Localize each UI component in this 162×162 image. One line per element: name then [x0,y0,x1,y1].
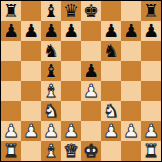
white-knight-piece: ♞ [103,101,119,121]
white-king-piece: ♚ [83,141,99,161]
square-c7[interactable]: ♟ [41,21,61,41]
square-e7[interactable] [81,21,101,41]
square-h5[interactable] [141,61,161,81]
square-d1[interactable]: ♛ [61,141,81,161]
square-c2[interactable]: ♟ [41,121,61,141]
square-f3[interactable]: ♞ [101,101,121,121]
square-h6[interactable] [141,41,161,61]
chess-board-wrapper: ♜♝♛♚♜♟♟♟♟♟♟♟♞♞♝♟♝♟♞♞♟♟♟♟♟♟♟♜♝♛♚♜ [0,0,162,162]
square-h8[interactable]: ♜ [141,1,161,21]
white-pawn-piece: ♟ [103,121,119,141]
white-pawn-piece: ♟ [23,121,39,141]
black-pawn-piece: ♟ [83,61,99,81]
square-a4[interactable] [1,81,21,101]
black-rook-piece: ♜ [143,1,159,21]
square-g4[interactable] [121,81,141,101]
square-g2[interactable]: ♟ [121,121,141,141]
square-b4[interactable] [21,81,41,101]
square-h1[interactable]: ♜ [141,141,161,161]
square-e3[interactable] [81,101,101,121]
white-knight-piece: ♞ [43,101,59,121]
white-pawn-piece: ♟ [63,121,79,141]
white-pawn-piece: ♟ [123,121,139,141]
white-bishop-piece: ♝ [43,141,59,161]
square-f6[interactable]: ♞ [101,41,121,61]
square-f8[interactable] [101,1,121,21]
chess-board: ♜♝♛♚♜♟♟♟♟♟♟♟♞♞♝♟♝♟♞♞♟♟♟♟♟♟♟♜♝♛♚♜ [0,0,162,162]
square-d6[interactable] [61,41,81,61]
black-king-piece: ♚ [83,1,99,21]
square-f4[interactable] [101,81,121,101]
square-b8[interactable] [21,1,41,21]
square-c3[interactable]: ♞ [41,101,61,121]
black-pawn-piece: ♟ [123,21,139,41]
square-d5[interactable] [61,61,81,81]
black-queen-piece: ♛ [63,1,79,21]
square-f7[interactable]: ♟ [101,21,121,41]
square-e1[interactable]: ♚ [81,141,101,161]
square-b5[interactable] [21,61,41,81]
white-pawn-piece: ♟ [3,121,19,141]
square-a2[interactable]: ♟ [1,121,21,141]
black-bishop-piece: ♝ [43,61,59,81]
square-f5[interactable] [101,61,121,81]
black-knight-piece: ♞ [103,41,119,61]
square-e5[interactable]: ♟ [81,61,101,81]
black-rook-piece: ♜ [3,1,19,21]
square-f1[interactable] [101,141,121,161]
square-c6[interactable]: ♞ [41,41,61,61]
black-pawn-piece: ♟ [43,21,59,41]
square-b1[interactable] [21,141,41,161]
square-a7[interactable]: ♟ [1,21,21,41]
black-pawn-piece: ♟ [103,21,119,41]
white-rook-piece: ♜ [3,141,19,161]
square-c4[interactable]: ♝ [41,81,61,101]
square-a8[interactable]: ♜ [1,1,21,21]
square-b2[interactable]: ♟ [21,121,41,141]
square-h7[interactable]: ♟ [141,21,161,41]
square-e4[interactable]: ♟ [81,81,101,101]
square-h4[interactable] [141,81,161,101]
white-pawn-piece: ♟ [143,121,159,141]
square-a3[interactable] [1,101,21,121]
square-g3[interactable] [121,101,141,121]
square-a1[interactable]: ♜ [1,141,21,161]
square-e2[interactable] [81,121,101,141]
white-pawn-piece: ♟ [43,121,59,141]
square-d4[interactable] [61,81,81,101]
square-d7[interactable]: ♟ [61,21,81,41]
square-b7[interactable]: ♟ [21,21,41,41]
square-d8[interactable]: ♛ [61,1,81,21]
square-b3[interactable] [21,101,41,121]
square-g1[interactable] [121,141,141,161]
black-pawn-piece: ♟ [63,21,79,41]
square-d2[interactable]: ♟ [61,121,81,141]
square-a5[interactable] [1,61,21,81]
square-e6[interactable] [81,41,101,61]
square-h3[interactable] [141,101,161,121]
black-pawn-piece: ♟ [3,21,19,41]
square-b6[interactable] [21,41,41,61]
square-a6[interactable] [1,41,21,61]
square-d3[interactable] [61,101,81,121]
square-c8[interactable]: ♝ [41,1,61,21]
black-knight-piece: ♞ [43,41,59,61]
square-g6[interactable] [121,41,141,61]
black-pawn-piece: ♟ [143,21,159,41]
white-queen-piece: ♛ [63,141,79,161]
black-pawn-piece: ♟ [23,21,39,41]
black-bishop-piece: ♝ [43,1,59,21]
square-c1[interactable]: ♝ [41,141,61,161]
square-e8[interactable]: ♚ [81,1,101,21]
white-pawn-piece: ♟ [83,81,99,101]
square-g5[interactable] [121,61,141,81]
white-rook-piece: ♜ [143,141,159,161]
square-h2[interactable]: ♟ [141,121,161,141]
white-bishop-piece: ♝ [43,81,59,101]
square-g7[interactable]: ♟ [121,21,141,41]
square-c5[interactable]: ♝ [41,61,61,81]
square-g8[interactable] [121,1,141,21]
square-f2[interactable]: ♟ [101,121,121,141]
